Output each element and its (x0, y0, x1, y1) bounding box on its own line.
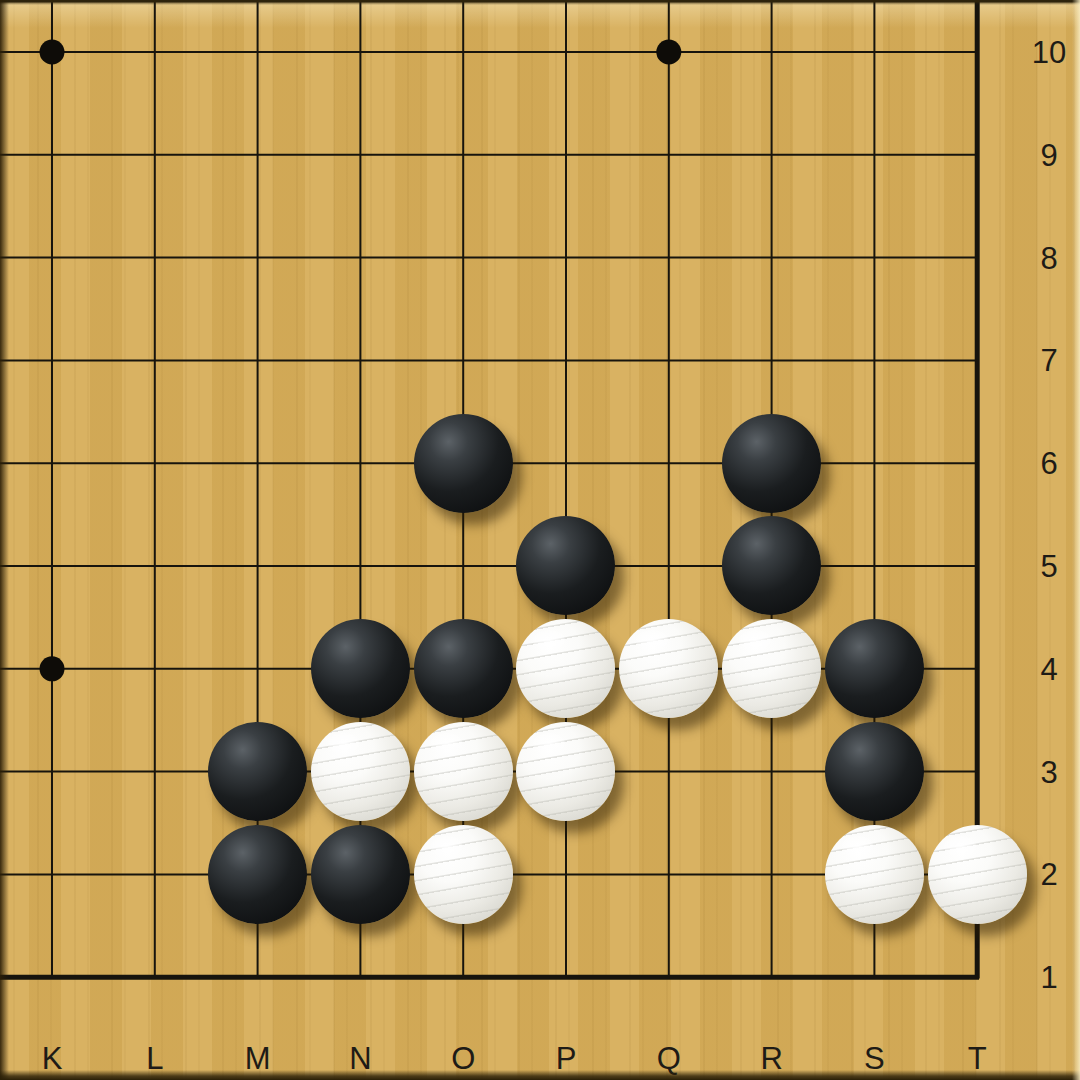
point-l2[interactable] (103, 823, 206, 926)
column-label-m: M (245, 1043, 271, 1074)
point-r3[interactable] (720, 720, 823, 823)
point-k8[interactable] (1, 206, 104, 309)
point-q8[interactable] (617, 206, 720, 309)
stone-black-r5 (722, 516, 821, 615)
point-p6[interactable] (515, 412, 618, 515)
point-o1[interactable] (412, 926, 515, 1029)
point-r8[interactable] (720, 206, 823, 309)
point-m3[interactable] (206, 720, 309, 823)
stone-black-p5 (516, 516, 615, 615)
point-q10[interactable] (617, 1, 720, 104)
column-label-n: N (349, 1043, 371, 1074)
point-o7[interactable] (412, 309, 515, 412)
point-k2[interactable] (1, 823, 104, 926)
point-r7[interactable] (720, 309, 823, 412)
point-k7[interactable] (1, 309, 104, 412)
row-label-8: 8 (1040, 242, 1057, 273)
stone-black-s3 (825, 722, 924, 821)
column-label-k: K (42, 1043, 63, 1074)
column-label-s: S (864, 1043, 885, 1074)
point-s6[interactable] (823, 412, 926, 515)
point-t7[interactable] (926, 309, 1029, 412)
point-s7[interactable] (823, 309, 926, 412)
row-label-2: 2 (1040, 859, 1057, 890)
stone-black-n2 (311, 825, 410, 924)
point-l10[interactable] (103, 1, 206, 104)
column-label-r: R (760, 1043, 782, 1074)
point-l1[interactable] (103, 926, 206, 1029)
point-r6[interactable] (720, 412, 823, 515)
stone-black-s4 (825, 619, 924, 718)
point-t9[interactable] (926, 103, 1029, 206)
point-q7[interactable] (617, 309, 720, 412)
point-o4[interactable] (412, 617, 515, 720)
stone-black-r6 (722, 414, 821, 513)
point-n6[interactable] (309, 412, 412, 515)
row-label-4: 4 (1040, 653, 1057, 684)
column-label-t: T (968, 1043, 987, 1074)
point-o8[interactable] (412, 206, 515, 309)
point-o5[interactable] (412, 515, 515, 618)
point-r2[interactable] (720, 823, 823, 926)
point-q1[interactable] (617, 926, 720, 1029)
point-p3[interactable] (515, 720, 618, 823)
point-l5[interactable] (103, 515, 206, 618)
point-r4[interactable] (720, 617, 823, 720)
row-label-1: 1 (1040, 962, 1057, 993)
point-s2[interactable] (823, 823, 926, 926)
point-p4[interactable] (515, 617, 618, 720)
point-m8[interactable] (206, 206, 309, 309)
stone-white-t2 (928, 825, 1027, 924)
point-n2[interactable] (309, 823, 412, 926)
point-o9[interactable] (412, 103, 515, 206)
point-p2[interactable] (515, 823, 618, 926)
row-label-3: 3 (1040, 756, 1057, 787)
point-l9[interactable] (103, 103, 206, 206)
point-n5[interactable] (309, 515, 412, 618)
stone-white-o3 (414, 722, 513, 821)
stone-black-o4 (414, 619, 513, 718)
row-label-10: 10 (1032, 37, 1066, 68)
point-s4[interactable] (823, 617, 926, 720)
point-o6[interactable] (412, 412, 515, 515)
stone-white-p3 (516, 722, 615, 821)
point-s9[interactable] (823, 103, 926, 206)
point-r9[interactable] (720, 103, 823, 206)
point-p9[interactable] (515, 103, 618, 206)
point-t1[interactable] (926, 926, 1029, 1029)
point-r5[interactable] (720, 515, 823, 618)
point-s5[interactable] (823, 515, 926, 618)
column-label-l: L (146, 1043, 163, 1074)
stone-white-s2 (825, 825, 924, 924)
stone-black-m2 (208, 825, 307, 924)
point-s8[interactable] (823, 206, 926, 309)
point-q3[interactable] (617, 720, 720, 823)
point-n4[interactable] (309, 617, 412, 720)
point-m7[interactable] (206, 309, 309, 412)
point-r1[interactable] (720, 926, 823, 1029)
row-label-9: 9 (1040, 139, 1057, 170)
point-k5[interactable] (1, 515, 104, 618)
row-label-7: 7 (1040, 345, 1057, 376)
point-r10[interactable] (720, 1, 823, 104)
point-l4[interactable] (103, 617, 206, 720)
point-t6[interactable] (926, 412, 1029, 515)
point-p10[interactable] (515, 1, 618, 104)
point-t8[interactable] (926, 206, 1029, 309)
point-n9[interactable] (309, 103, 412, 206)
point-o2[interactable] (412, 823, 515, 926)
point-m4[interactable] (206, 617, 309, 720)
stone-black-o6 (414, 414, 513, 513)
point-l6[interactable] (103, 412, 206, 515)
point-m9[interactable] (206, 103, 309, 206)
stone-white-q4 (619, 619, 718, 718)
point-s1[interactable] (823, 926, 926, 1029)
stone-white-n3 (311, 722, 410, 821)
point-t3[interactable] (926, 720, 1029, 823)
point-m1[interactable] (206, 926, 309, 1029)
point-m10[interactable] (206, 1, 309, 104)
point-k3[interactable] (1, 720, 104, 823)
column-label-o: O (451, 1043, 475, 1074)
point-q2[interactable] (617, 823, 720, 926)
point-n7[interactable] (309, 309, 412, 412)
stone-white-p4 (516, 619, 615, 718)
point-p5[interactable] (515, 515, 618, 618)
point-k9[interactable] (1, 103, 104, 206)
point-p7[interactable] (515, 309, 618, 412)
row-label-6: 6 (1040, 448, 1057, 479)
go-board: KLMNOPQRST 10987654321 (0, 0, 1080, 1080)
row-label-5: 5 (1040, 551, 1057, 582)
point-k1[interactable] (1, 926, 104, 1029)
column-label-q: Q (657, 1043, 681, 1074)
point-q4[interactable] (617, 617, 720, 720)
stone-white-r4 (722, 619, 821, 718)
point-t2[interactable] (926, 823, 1029, 926)
point-p8[interactable] (515, 206, 618, 309)
point-n8[interactable] (309, 206, 412, 309)
point-t10[interactable] (926, 1, 1029, 104)
point-m6[interactable] (206, 412, 309, 515)
point-o3[interactable] (412, 720, 515, 823)
point-n10[interactable] (309, 1, 412, 104)
point-q6[interactable] (617, 412, 720, 515)
point-k10[interactable] (1, 1, 104, 104)
point-l8[interactable] (103, 206, 206, 309)
point-p1[interactable] (515, 926, 618, 1029)
stone-black-m3 (208, 722, 307, 821)
point-k4[interactable] (1, 617, 104, 720)
point-s10[interactable] (823, 1, 926, 104)
point-n3[interactable] (309, 720, 412, 823)
point-l7[interactable] (103, 309, 206, 412)
board-points (1, 1, 1029, 1029)
point-k6[interactable] (1, 412, 104, 515)
point-s3[interactable] (823, 720, 926, 823)
point-m5[interactable] (206, 515, 309, 618)
point-o10[interactable] (412, 1, 515, 104)
point-l3[interactable] (103, 720, 206, 823)
point-q5[interactable] (617, 515, 720, 618)
stone-white-o2 (414, 825, 513, 924)
point-n1[interactable] (309, 926, 412, 1029)
point-q9[interactable] (617, 103, 720, 206)
column-label-p: P (556, 1043, 577, 1074)
point-m2[interactable] (206, 823, 309, 926)
stone-black-n4 (311, 619, 410, 718)
point-t5[interactable] (926, 515, 1029, 618)
point-t4[interactable] (926, 617, 1029, 720)
